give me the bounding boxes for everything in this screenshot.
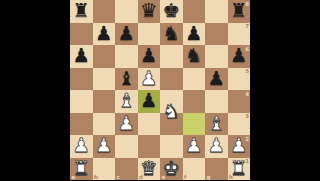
square-b8[interactable] — [93, 0, 116, 23]
white-pawn[interactable]: ♟ — [95, 135, 112, 158]
white-pawn[interactable]: ♟ — [73, 135, 90, 158]
square-d4[interactable]: ♟ — [138, 90, 161, 113]
square-d7[interactable] — [138, 23, 161, 46]
square-c1[interactable]: c — [115, 158, 138, 181]
black-bishop[interactable]: ♝ — [118, 68, 135, 91]
square-e5[interactable] — [160, 68, 183, 91]
square-e7[interactable]: ♞ — [160, 23, 183, 46]
square-f2[interactable]: ♟ — [183, 135, 206, 158]
square-g7[interactable] — [205, 23, 228, 46]
square-h4[interactable]: 4 — [228, 90, 251, 113]
square-f5[interactable] — [183, 68, 206, 91]
black-queen[interactable]: ♛ — [140, 0, 157, 23]
square-c7[interactable]: ♟ — [115, 23, 138, 46]
letterbox-left — [0, 0, 70, 180]
white-bishop[interactable]: ♝ — [208, 113, 225, 136]
square-g5[interactable]: ♟ — [205, 68, 228, 91]
square-h7[interactable]: 7 — [228, 23, 251, 46]
square-e2[interactable] — [160, 135, 183, 158]
white-pawn[interactable]: ♟ — [185, 135, 202, 158]
white-king[interactable]: ♚ — [163, 158, 180, 181]
square-b5[interactable] — [93, 68, 116, 91]
square-b7[interactable]: ♟ — [93, 23, 116, 46]
square-c3[interactable]: ♟ — [115, 113, 138, 136]
rank-label-5: 5 — [245, 68, 249, 74]
square-a5[interactable] — [70, 68, 93, 91]
square-g4[interactable] — [205, 90, 228, 113]
square-g3[interactable]: ♝ — [205, 113, 228, 136]
black-pawn[interactable]: ♟ — [185, 23, 202, 46]
animating-white-knight[interactable]: ♞ — [160, 101, 183, 124]
square-c5[interactable]: ♝ — [115, 68, 138, 91]
white-pawn[interactable]: ♟ — [140, 68, 157, 91]
white-pawn[interactable]: ♟ — [230, 135, 247, 158]
file-label-c: c — [117, 174, 120, 180]
square-d1[interactable]: d♛ — [138, 158, 161, 181]
file-label-f: f — [184, 174, 186, 180]
white-queen[interactable]: ♛ — [140, 158, 157, 181]
square-f4[interactable] — [183, 90, 206, 113]
black-pawn[interactable]: ♟ — [208, 68, 225, 91]
square-c4[interactable]: ♝ — [115, 90, 138, 113]
square-d6[interactable]: ♟ — [138, 45, 161, 68]
square-b4[interactable] — [93, 90, 116, 113]
rank-label-4: 4 — [245, 91, 249, 97]
white-pawn[interactable]: ♟ — [208, 135, 225, 158]
square-f3[interactable] — [183, 113, 206, 136]
file-label-b: b — [94, 174, 98, 180]
black-knight[interactable]: ♞ — [185, 45, 202, 68]
square-d5[interactable]: ♟ — [138, 68, 161, 91]
square-a4[interactable] — [70, 90, 93, 113]
black-pawn[interactable]: ♟ — [73, 45, 90, 68]
black-knight[interactable]: ♞ — [163, 23, 180, 46]
black-king[interactable]: ♚ — [163, 0, 180, 23]
square-h2[interactable]: 2♟ — [228, 135, 251, 158]
square-c2[interactable] — [115, 135, 138, 158]
black-pawn[interactable]: ♟ — [95, 23, 112, 46]
square-d8[interactable]: ♛ — [138, 0, 161, 23]
white-pawn[interactable]: ♟ — [118, 113, 135, 136]
square-b3[interactable] — [93, 113, 116, 136]
letterbox-right — [250, 0, 320, 180]
square-b2[interactable]: ♟ — [93, 135, 116, 158]
rank-label-3: 3 — [245, 113, 249, 119]
square-f6[interactable]: ♞ — [183, 45, 206, 68]
black-pawn[interactable]: ♟ — [140, 90, 157, 113]
white-knight: ♞ — [163, 101, 180, 124]
file-label-g: g — [207, 174, 211, 180]
black-pawn[interactable]: ♟ — [140, 45, 157, 68]
black-rook[interactable]: ♜ — [73, 0, 90, 23]
square-b6[interactable] — [93, 45, 116, 68]
black-pawn[interactable]: ♟ — [118, 23, 135, 46]
square-a7[interactable] — [70, 23, 93, 46]
square-e1[interactable]: e♚ — [160, 158, 183, 181]
square-a3[interactable] — [70, 113, 93, 136]
square-g8[interactable] — [205, 0, 228, 23]
square-d2[interactable] — [138, 135, 161, 158]
square-b1[interactable]: b — [93, 158, 116, 181]
square-g6[interactable] — [205, 45, 228, 68]
square-a6[interactable]: ♟ — [70, 45, 93, 68]
chess-board[interactable]: ♜♛♚8♜♟♟♞♟7♟♟♞6♟♝♟♟5♝♟4♟♝3♟♟♟♟2♟a♜bcd♛e♚f… — [70, 0, 250, 180]
square-f1[interactable]: f — [183, 158, 206, 181]
white-rook[interactable]: ♜ — [73, 158, 90, 181]
square-a8[interactable]: ♜ — [70, 0, 93, 23]
black-pawn[interactable]: ♟ — [230, 45, 247, 68]
square-c8[interactable] — [115, 0, 138, 23]
black-rook[interactable]: ♜ — [230, 0, 247, 23]
square-d3[interactable] — [138, 113, 161, 136]
white-bishop[interactable]: ♝ — [118, 90, 135, 113]
square-a2[interactable]: ♟ — [70, 135, 93, 158]
square-h6[interactable]: 6♟ — [228, 45, 251, 68]
square-g2[interactable]: ♟ — [205, 135, 228, 158]
white-rook[interactable]: ♜ — [230, 158, 247, 181]
square-f7[interactable]: ♟ — [183, 23, 206, 46]
square-h5[interactable]: 5 — [228, 68, 251, 91]
rank-label-7: 7 — [245, 23, 249, 29]
square-f8[interactable] — [183, 0, 206, 23]
square-h8[interactable]: 8♜ — [228, 0, 251, 23]
square-a1[interactable]: a♜ — [70, 158, 93, 181]
square-h3[interactable]: 3 — [228, 113, 251, 136]
square-h1[interactable]: 1h♜ — [228, 158, 251, 181]
square-e6[interactable] — [160, 45, 183, 68]
square-c6[interactable] — [115, 45, 138, 68]
video-frame: ♜♛♚8♜♟♟♞♟7♟♟♞6♟♝♟♟5♝♟4♟♝3♟♟♟♟2♟a♜bcd♛e♚f… — [0, 0, 320, 180]
square-e8[interactable]: ♚ — [160, 0, 183, 23]
square-g1[interactable]: g — [205, 158, 228, 181]
